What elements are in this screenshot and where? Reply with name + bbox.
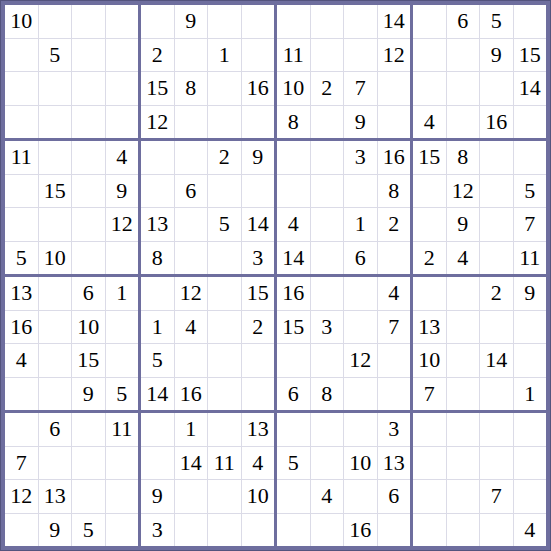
cell-r5c13[interactable]: 15 xyxy=(413,141,446,174)
cell-r4c1[interactable] xyxy=(5,106,38,139)
cell-r12c16[interactable]: 1 xyxy=(514,378,547,411)
cell-r1c13[interactable] xyxy=(413,5,446,38)
cell-r15c15[interactable]: 7 xyxy=(480,480,513,513)
box-r3c1: 1361161041595 xyxy=(5,277,138,410)
cell-r6c15[interactable] xyxy=(480,175,513,208)
cell-r6c7[interactable] xyxy=(208,175,241,208)
cell-r4c9[interactable]: 8 xyxy=(277,106,310,139)
cell-r16c16[interactable]: 4 xyxy=(514,514,547,547)
cell-r8c2[interactable]: 10 xyxy=(39,242,72,275)
cell-r15c11[interactable] xyxy=(344,480,377,513)
cell-r2c1[interactable] xyxy=(5,39,38,72)
cell-r12c7[interactable] xyxy=(208,378,241,411)
cell-r8c11[interactable]: 6 xyxy=(344,242,377,275)
cell-r5c1[interactable]: 11 xyxy=(5,141,38,174)
cell-r11c9[interactable] xyxy=(277,344,310,377)
cell-r7c15[interactable] xyxy=(480,208,513,241)
box-r1c4: 6591514416 xyxy=(413,5,546,138)
cell-r15c3[interactable] xyxy=(72,480,105,513)
cell-r7c14[interactable]: 9 xyxy=(447,208,480,241)
cell-r9c14[interactable] xyxy=(447,277,480,310)
cell-r4c13[interactable]: 4 xyxy=(413,106,446,139)
cell-r5c14[interactable]: 8 xyxy=(447,141,480,174)
cell-r4c16[interactable] xyxy=(514,106,547,139)
cell-r15c9[interactable] xyxy=(277,480,310,513)
cell-r4c5[interactable]: 12 xyxy=(141,106,174,139)
cell-r14c6[interactable]: 14 xyxy=(175,447,208,480)
box-r2c2: 2961351483 xyxy=(141,141,274,274)
box-r1c1: 105 xyxy=(5,5,138,138)
cell-r15c12[interactable]: 6 xyxy=(378,480,411,513)
cell-r4c11[interactable]: 9 xyxy=(344,106,377,139)
box-r2c1: 11415912510 xyxy=(5,141,138,274)
cell-r12c2[interactable] xyxy=(39,378,72,411)
cell-r10c4[interactable] xyxy=(106,311,139,344)
cell-r1c7[interactable] xyxy=(208,5,241,38)
cell-r4c3[interactable] xyxy=(72,106,105,139)
cell-r8c15[interactable] xyxy=(480,242,513,275)
cell-r14c12[interactable]: 13 xyxy=(378,447,411,480)
cell-r11c3[interactable]: 15 xyxy=(72,344,105,377)
cell-r3c10[interactable]: 2 xyxy=(311,72,344,105)
cell-r9c10[interactable] xyxy=(311,277,344,310)
cell-r2c11[interactable] xyxy=(344,39,377,72)
cell-r6c12[interactable]: 8 xyxy=(378,175,411,208)
cell-r16c14[interactable] xyxy=(447,514,480,547)
cell-r11c2[interactable] xyxy=(39,344,72,377)
cell-r9c9[interactable]: 16 xyxy=(277,277,310,310)
cell-r1c16[interactable] xyxy=(514,5,547,38)
cell-r13c16[interactable] xyxy=(514,413,547,446)
cell-r14c10[interactable] xyxy=(311,447,344,480)
box-r3c3: 16415371268 xyxy=(277,277,410,410)
cell-r12c14[interactable] xyxy=(447,378,480,411)
cell-r13c14[interactable] xyxy=(447,413,480,446)
cell-r6c1[interactable] xyxy=(5,175,38,208)
cell-r8c5[interactable]: 8 xyxy=(141,242,174,275)
cell-r12c10[interactable]: 8 xyxy=(311,378,344,411)
cell-r15c14[interactable] xyxy=(447,480,480,513)
cell-r16c9[interactable] xyxy=(277,514,310,547)
cell-r5c9[interactable] xyxy=(277,141,310,174)
box-r2c4: 158125972411 xyxy=(413,141,546,274)
cell-r15c5[interactable]: 9 xyxy=(141,480,174,513)
cell-r16c15[interactable] xyxy=(480,514,513,547)
cell-r9c3[interactable]: 6 xyxy=(72,277,105,310)
cell-r7c1[interactable] xyxy=(5,208,38,241)
cell-r5c10[interactable] xyxy=(311,141,344,174)
cell-r3c1[interactable] xyxy=(5,72,38,105)
cell-r12c15[interactable] xyxy=(480,378,513,411)
cell-r2c13[interactable] xyxy=(413,39,446,72)
cell-r11c10[interactable] xyxy=(311,344,344,377)
cell-r14c11[interactable]: 10 xyxy=(344,447,377,480)
cell-r8c1[interactable]: 5 xyxy=(5,242,38,275)
cell-r1c6[interactable]: 9 xyxy=(175,5,208,38)
cell-r14c15[interactable] xyxy=(480,447,513,480)
cell-r5c15[interactable] xyxy=(480,141,513,174)
cell-r15c6[interactable] xyxy=(175,480,208,513)
cell-r13c11[interactable] xyxy=(344,413,377,446)
cell-r15c16[interactable] xyxy=(514,480,547,513)
cell-r11c5[interactable]: 5 xyxy=(141,344,174,377)
sudoku-board-frame: 1059211581612141112102789659151441611415… xyxy=(0,0,551,551)
cell-r8c14[interactable]: 4 xyxy=(447,242,480,275)
cell-r12c5[interactable]: 14 xyxy=(141,378,174,411)
cell-r13c9[interactable] xyxy=(277,413,310,446)
cell-r16c11[interactable]: 16 xyxy=(344,514,377,547)
cell-r13c4[interactable]: 11 xyxy=(106,413,139,446)
cell-r2c3[interactable] xyxy=(72,39,105,72)
cell-r16c1[interactable] xyxy=(5,514,38,547)
cell-r8c12[interactable] xyxy=(378,242,411,275)
box-r3c2: 121514251416 xyxy=(141,277,274,410)
cell-r13c8[interactable]: 13 xyxy=(242,413,275,446)
cell-r14c3[interactable] xyxy=(72,447,105,480)
cell-r1c14[interactable]: 6 xyxy=(447,5,480,38)
cell-r4c10[interactable] xyxy=(311,106,344,139)
cell-r13c13[interactable] xyxy=(413,413,446,446)
cell-r11c13[interactable]: 10 xyxy=(413,344,446,377)
cell-r15c13[interactable] xyxy=(413,480,446,513)
cell-r1c3[interactable] xyxy=(72,5,105,38)
cell-r8c10[interactable] xyxy=(311,242,344,275)
cell-r3c15[interactable] xyxy=(480,72,513,105)
cell-r3c4[interactable] xyxy=(106,72,139,105)
cell-r7c12[interactable]: 2 xyxy=(378,208,411,241)
cell-r16c7[interactable] xyxy=(208,514,241,547)
cell-r15c1[interactable]: 12 xyxy=(5,480,38,513)
cell-r10c10[interactable]: 3 xyxy=(311,311,344,344)
cell-r2c14[interactable] xyxy=(447,39,480,72)
cell-r11c16[interactable] xyxy=(514,344,547,377)
cell-r8c16[interactable]: 11 xyxy=(514,242,547,275)
cell-r1c9[interactable] xyxy=(277,5,310,38)
cell-r6c2[interactable]: 15 xyxy=(39,175,72,208)
cell-r11c15[interactable]: 14 xyxy=(480,344,513,377)
cell-r3c14[interactable] xyxy=(447,72,480,105)
cell-r11c6[interactable] xyxy=(175,344,208,377)
cell-r7c11[interactable]: 1 xyxy=(344,208,377,241)
cell-r15c4[interactable] xyxy=(106,480,139,513)
cell-r11c4[interactable] xyxy=(106,344,139,377)
cell-r7c4[interactable]: 12 xyxy=(106,208,139,241)
cell-r16c5[interactable]: 3 xyxy=(141,514,174,547)
cell-r9c1[interactable]: 13 xyxy=(5,277,38,310)
cell-r14c2[interactable] xyxy=(39,447,72,480)
cell-r13c2[interactable]: 6 xyxy=(39,413,72,446)
cell-r2c12[interactable]: 12 xyxy=(378,39,411,72)
cell-r8c4[interactable] xyxy=(106,242,139,275)
cell-r10c1[interactable]: 16 xyxy=(5,311,38,344)
cell-r16c2[interactable]: 9 xyxy=(39,514,72,547)
cell-r11c11[interactable]: 12 xyxy=(344,344,377,377)
cell-r7c9[interactable]: 4 xyxy=(277,208,310,241)
cell-r13c15[interactable] xyxy=(480,413,513,446)
cell-r2c5[interactable]: 2 xyxy=(141,39,174,72)
cell-r2c8[interactable] xyxy=(242,39,275,72)
cell-r14c5[interactable] xyxy=(141,447,174,480)
cell-r5c6[interactable] xyxy=(175,141,208,174)
cell-r10c13[interactable]: 13 xyxy=(413,311,446,344)
box-r2c3: 3168412146 xyxy=(277,141,410,274)
cell-r4c8[interactable] xyxy=(242,106,275,139)
cell-r6c10[interactable] xyxy=(311,175,344,208)
cell-r15c7[interactable] xyxy=(208,480,241,513)
cell-r1c5[interactable] xyxy=(141,5,174,38)
cell-r3c9[interactable]: 10 xyxy=(277,72,310,105)
cell-r2c9[interactable]: 11 xyxy=(277,39,310,72)
cell-r12c11[interactable] xyxy=(344,378,377,411)
box-r4c2: 113141149103 xyxy=(141,413,274,546)
cell-r15c8[interactable]: 10 xyxy=(242,480,275,513)
cell-r9c4[interactable]: 1 xyxy=(106,277,139,310)
cell-r1c4[interactable] xyxy=(106,5,139,38)
cell-r10c15[interactable] xyxy=(480,311,513,344)
cell-r11c14[interactable] xyxy=(447,344,480,377)
cell-r4c2[interactable] xyxy=(39,106,72,139)
cell-r12c9[interactable]: 6 xyxy=(277,378,310,411)
cell-r3c3[interactable] xyxy=(72,72,105,105)
cell-r6c14[interactable]: 12 xyxy=(447,175,480,208)
cell-r8c6[interactable] xyxy=(175,242,208,275)
cell-r1c8[interactable] xyxy=(242,5,275,38)
cell-r6c5[interactable] xyxy=(141,175,174,208)
cell-r10c14[interactable] xyxy=(447,311,480,344)
cell-r13c3[interactable] xyxy=(72,413,105,446)
cell-r2c7[interactable]: 1 xyxy=(208,39,241,72)
cell-r6c9[interactable] xyxy=(277,175,310,208)
cell-r9c16[interactable]: 9 xyxy=(514,277,547,310)
cell-r6c6[interactable]: 6 xyxy=(175,175,208,208)
cell-r4c4[interactable] xyxy=(106,106,139,139)
cell-r14c14[interactable] xyxy=(447,447,480,480)
cell-r3c5[interactable]: 15 xyxy=(141,72,174,105)
box-r4c1: 6117121395 xyxy=(5,413,138,546)
cell-r7c5[interactable]: 13 xyxy=(141,208,174,241)
cell-r5c12[interactable]: 16 xyxy=(378,141,411,174)
cell-r16c10[interactable] xyxy=(311,514,344,547)
cell-r2c2[interactable]: 5 xyxy=(39,39,72,72)
cell-r2c4[interactable] xyxy=(106,39,139,72)
cell-r12c4[interactable]: 5 xyxy=(106,378,139,411)
cell-r9c5[interactable] xyxy=(141,277,174,310)
cell-r15c2[interactable]: 13 xyxy=(39,480,72,513)
cell-r6c11[interactable] xyxy=(344,175,377,208)
cell-r1c15[interactable]: 5 xyxy=(480,5,513,38)
cell-r7c13[interactable] xyxy=(413,208,446,241)
cell-r3c7[interactable] xyxy=(208,72,241,105)
cell-r14c7[interactable]: 11 xyxy=(208,447,241,480)
cell-r7c3[interactable] xyxy=(72,208,105,241)
cell-r3c11[interactable]: 7 xyxy=(344,72,377,105)
cell-r2c6[interactable] xyxy=(175,39,208,72)
cell-r10c12[interactable]: 7 xyxy=(378,311,411,344)
cell-r16c12[interactable] xyxy=(378,514,411,547)
cell-r2c10[interactable] xyxy=(311,39,344,72)
cell-r4c6[interactable] xyxy=(175,106,208,139)
cell-r7c8[interactable]: 14 xyxy=(242,208,275,241)
cell-r8c7[interactable] xyxy=(208,242,241,275)
cell-r3c2[interactable] xyxy=(39,72,72,105)
cell-r4c12[interactable] xyxy=(378,106,411,139)
cell-r16c4[interactable] xyxy=(106,514,139,547)
cell-r3c8[interactable]: 16 xyxy=(242,72,275,105)
cell-r12c1[interactable] xyxy=(5,378,38,411)
cell-r9c11[interactable] xyxy=(344,277,377,310)
cell-r8c13[interactable]: 2 xyxy=(413,242,446,275)
cell-r11c8[interactable] xyxy=(242,344,275,377)
cell-r9c6[interactable]: 12 xyxy=(175,277,208,310)
cell-r5c7[interactable]: 2 xyxy=(208,141,241,174)
cell-r8c9[interactable]: 14 xyxy=(277,242,310,275)
cell-r10c9[interactable]: 15 xyxy=(277,311,310,344)
cell-r12c8[interactable] xyxy=(242,378,275,411)
cell-r5c11[interactable]: 3 xyxy=(344,141,377,174)
cell-r10c5[interactable]: 1 xyxy=(141,311,174,344)
cell-r8c3[interactable] xyxy=(72,242,105,275)
box-r1c3: 141112102789 xyxy=(277,5,410,138)
cell-r14c1[interactable]: 7 xyxy=(5,447,38,480)
cell-r10c2[interactable] xyxy=(39,311,72,344)
cell-r11c1[interactable]: 4 xyxy=(5,344,38,377)
cell-r1c2[interactable] xyxy=(39,5,72,38)
cell-r5c16[interactable] xyxy=(514,141,547,174)
cell-r1c1[interactable]: 10 xyxy=(5,5,38,38)
cell-r12c13[interactable]: 7 xyxy=(413,378,446,411)
cell-r13c1[interactable] xyxy=(5,413,38,446)
cell-r14c9[interactable]: 5 xyxy=(277,447,310,480)
cell-r9c15[interactable]: 2 xyxy=(480,277,513,310)
cell-r3c16[interactable]: 14 xyxy=(514,72,547,105)
cell-r5c4[interactable]: 4 xyxy=(106,141,139,174)
box-r3c4: 2913101471 xyxy=(413,277,546,410)
cell-r10c11[interactable] xyxy=(344,311,377,344)
cell-r13c12[interactable]: 3 xyxy=(378,413,411,446)
cell-r1c12[interactable]: 14 xyxy=(378,5,411,38)
cell-r2c16[interactable]: 15 xyxy=(514,39,547,72)
cell-r5c3[interactable] xyxy=(72,141,105,174)
cell-r3c13[interactable] xyxy=(413,72,446,105)
cell-r13c5[interactable] xyxy=(141,413,174,446)
cell-r10c16[interactable] xyxy=(514,311,547,344)
cell-r5c5[interactable] xyxy=(141,141,174,174)
sudoku-board: 1059211581612141112102789659151441611415… xyxy=(5,5,546,546)
cell-r5c8[interactable]: 9 xyxy=(242,141,275,174)
cell-r7c7[interactable]: 5 xyxy=(208,208,241,241)
cell-r3c12[interactable] xyxy=(378,72,411,105)
cell-r12c12[interactable] xyxy=(378,378,411,411)
box-r4c4: 74 xyxy=(413,413,546,546)
cell-r16c13[interactable] xyxy=(413,514,446,547)
cell-r13c10[interactable] xyxy=(311,413,344,446)
cell-r14c16[interactable] xyxy=(514,447,547,480)
cell-r7c6[interactable] xyxy=(175,208,208,241)
cell-r4c15[interactable]: 16 xyxy=(480,106,513,139)
cell-r4c7[interactable] xyxy=(208,106,241,139)
cell-r9c12[interactable]: 4 xyxy=(378,277,411,310)
cell-r6c3[interactable] xyxy=(72,175,105,208)
cell-r9c13[interactable] xyxy=(413,277,446,310)
cell-r14c13[interactable] xyxy=(413,447,446,480)
cell-r12c6[interactable]: 16 xyxy=(175,378,208,411)
cell-r6c13[interactable] xyxy=(413,175,446,208)
cell-r6c16[interactable]: 5 xyxy=(514,175,547,208)
cell-r11c7[interactable] xyxy=(208,344,241,377)
cell-r5c2[interactable] xyxy=(39,141,72,174)
cell-r9c7[interactable] xyxy=(208,277,241,310)
cell-r14c4[interactable] xyxy=(106,447,139,480)
box-r4c3: 3510134616 xyxy=(277,413,410,546)
cell-r11c12[interactable] xyxy=(378,344,411,377)
cell-r16c6[interactable] xyxy=(175,514,208,547)
cell-r14c8[interactable]: 4 xyxy=(242,447,275,480)
cell-r7c2[interactable] xyxy=(39,208,72,241)
cell-r10c3[interactable]: 10 xyxy=(72,311,105,344)
box-r1c2: 9211581612 xyxy=(141,5,274,138)
cell-r7c16[interactable]: 7 xyxy=(514,208,547,241)
cell-r10c8[interactable]: 2 xyxy=(242,311,275,344)
cell-r8c8[interactable]: 3 xyxy=(242,242,275,275)
cell-r4c14[interactable] xyxy=(447,106,480,139)
cell-r9c8[interactable]: 15 xyxy=(242,277,275,310)
cell-r15c10[interactable]: 4 xyxy=(311,480,344,513)
cell-r9c2[interactable] xyxy=(39,277,72,310)
cell-r3c6[interactable]: 8 xyxy=(175,72,208,105)
cell-r12c3[interactable]: 9 xyxy=(72,378,105,411)
cell-r13c7[interactable] xyxy=(208,413,241,446)
cell-r16c8[interactable] xyxy=(242,514,275,547)
cell-r1c11[interactable] xyxy=(344,5,377,38)
cell-r13c6[interactable]: 1 xyxy=(175,413,208,446)
cell-r2c15[interactable]: 9 xyxy=(480,39,513,72)
cell-r7c10[interactable] xyxy=(311,208,344,241)
cell-r16c3[interactable]: 5 xyxy=(72,514,105,547)
cell-r10c6[interactable]: 4 xyxy=(175,311,208,344)
cell-r1c10[interactable] xyxy=(311,5,344,38)
cell-r6c4[interactable]: 9 xyxy=(106,175,139,208)
cell-r10c7[interactable] xyxy=(208,311,241,344)
cell-r6c8[interactable] xyxy=(242,175,275,208)
